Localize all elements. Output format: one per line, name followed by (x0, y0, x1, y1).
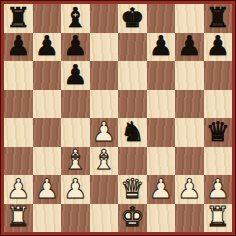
black-rook[interactable]: ♜ (6, 4, 30, 31)
square-f7[interactable]: ♟ (147, 33, 176, 62)
square-f3[interactable] (147, 147, 176, 176)
black-pawn[interactable]: ♟ (63, 33, 87, 60)
square-g1[interactable] (175, 204, 204, 233)
chess-board: ♜♝♚♜♟♟♟♟♟♟♟♟♞♛♝♝♟♟♟♛♟♟♟♜♚♜ (4, 4, 232, 232)
square-c7[interactable]: ♟ (61, 33, 90, 62)
square-d2[interactable] (90, 175, 119, 204)
black-rook[interactable]: ♜ (206, 4, 230, 31)
black-pawn[interactable]: ♟ (149, 33, 173, 60)
square-e3[interactable] (118, 147, 147, 176)
square-b3[interactable] (33, 147, 62, 176)
square-h5[interactable] (204, 90, 233, 119)
square-d4[interactable]: ♟ (90, 118, 119, 147)
black-pawn[interactable]: ♟ (177, 33, 201, 60)
square-f2[interactable]: ♟ (147, 175, 176, 204)
black-king[interactable]: ♚ (120, 4, 144, 31)
square-a3[interactable] (4, 147, 33, 176)
square-h6[interactable] (204, 61, 233, 90)
white-pawn[interactable]: ♟ (6, 175, 30, 202)
white-pawn[interactable]: ♟ (92, 118, 116, 145)
square-h1[interactable]: ♜ (204, 204, 233, 233)
black-pawn[interactable]: ♟ (35, 33, 59, 60)
square-h8[interactable]: ♜ (204, 4, 233, 33)
square-a8[interactable]: ♜ (4, 4, 33, 33)
square-a5[interactable] (4, 90, 33, 119)
square-c2[interactable]: ♟ (61, 175, 90, 204)
square-e7[interactable] (118, 33, 147, 62)
black-pawn[interactable]: ♟ (63, 61, 87, 88)
square-f6[interactable] (147, 61, 176, 90)
white-pawn[interactable]: ♟ (63, 175, 87, 202)
square-g6[interactable] (175, 61, 204, 90)
square-e4[interactable]: ♞ (118, 118, 147, 147)
white-pawn[interactable]: ♟ (206, 175, 230, 202)
square-g4[interactable] (175, 118, 204, 147)
square-d7[interactable] (90, 33, 119, 62)
square-b1[interactable] (33, 204, 62, 233)
square-f5[interactable] (147, 90, 176, 119)
square-e2[interactable]: ♛ (118, 175, 147, 204)
white-king[interactable]: ♚ (120, 204, 144, 231)
white-rook[interactable]: ♜ (206, 204, 230, 231)
square-d1[interactable] (90, 204, 119, 233)
square-h4[interactable]: ♛ (204, 118, 233, 147)
black-pawn[interactable]: ♟ (6, 33, 30, 60)
square-c4[interactable] (61, 118, 90, 147)
square-f1[interactable] (147, 204, 176, 233)
square-e5[interactable] (118, 90, 147, 119)
square-g8[interactable] (175, 4, 204, 33)
square-g3[interactable] (175, 147, 204, 176)
black-pawn[interactable]: ♟ (206, 33, 230, 60)
square-f8[interactable] (147, 4, 176, 33)
square-a6[interactable] (4, 61, 33, 90)
black-queen[interactable]: ♛ (206, 118, 230, 145)
square-b4[interactable] (33, 118, 62, 147)
square-c3[interactable]: ♝ (61, 147, 90, 176)
white-bishop[interactable]: ♝ (92, 147, 116, 174)
square-d6[interactable] (90, 61, 119, 90)
board-frame: ♜♝♚♜♟♟♟♟♟♟♟♟♞♛♝♝♟♟♟♛♟♟♟♜♚♜ (0, 0, 236, 236)
square-f4[interactable] (147, 118, 176, 147)
square-d3[interactable]: ♝ (90, 147, 119, 176)
white-rook[interactable]: ♜ (6, 204, 30, 231)
square-a1[interactable]: ♜ (4, 204, 33, 233)
square-c8[interactable]: ♝ (61, 4, 90, 33)
square-c5[interactable] (61, 90, 90, 119)
square-a7[interactable]: ♟ (4, 33, 33, 62)
black-bishop[interactable]: ♝ (63, 4, 87, 31)
square-a2[interactable]: ♟ (4, 175, 33, 204)
white-bishop[interactable]: ♝ (63, 147, 87, 174)
square-d8[interactable] (90, 4, 119, 33)
square-g7[interactable]: ♟ (175, 33, 204, 62)
square-e6[interactable] (118, 61, 147, 90)
white-queen[interactable]: ♛ (120, 175, 144, 202)
square-d5[interactable] (90, 90, 119, 119)
square-h2[interactable]: ♟ (204, 175, 233, 204)
square-b7[interactable]: ♟ (33, 33, 62, 62)
square-b8[interactable] (33, 4, 62, 33)
square-b5[interactable] (33, 90, 62, 119)
white-pawn[interactable]: ♟ (149, 175, 173, 202)
square-h7[interactable]: ♟ (204, 33, 233, 62)
square-e1[interactable]: ♚ (118, 204, 147, 233)
black-knight[interactable]: ♞ (120, 118, 144, 145)
square-h3[interactable] (204, 147, 233, 176)
square-b6[interactable] (33, 61, 62, 90)
square-g5[interactable] (175, 90, 204, 119)
square-c1[interactable] (61, 204, 90, 233)
white-pawn[interactable]: ♟ (177, 175, 201, 202)
square-a4[interactable] (4, 118, 33, 147)
white-pawn[interactable]: ♟ (35, 175, 59, 202)
square-b2[interactable]: ♟ (33, 175, 62, 204)
square-c6[interactable]: ♟ (61, 61, 90, 90)
square-e8[interactable]: ♚ (118, 4, 147, 33)
square-g2[interactable]: ♟ (175, 175, 204, 204)
